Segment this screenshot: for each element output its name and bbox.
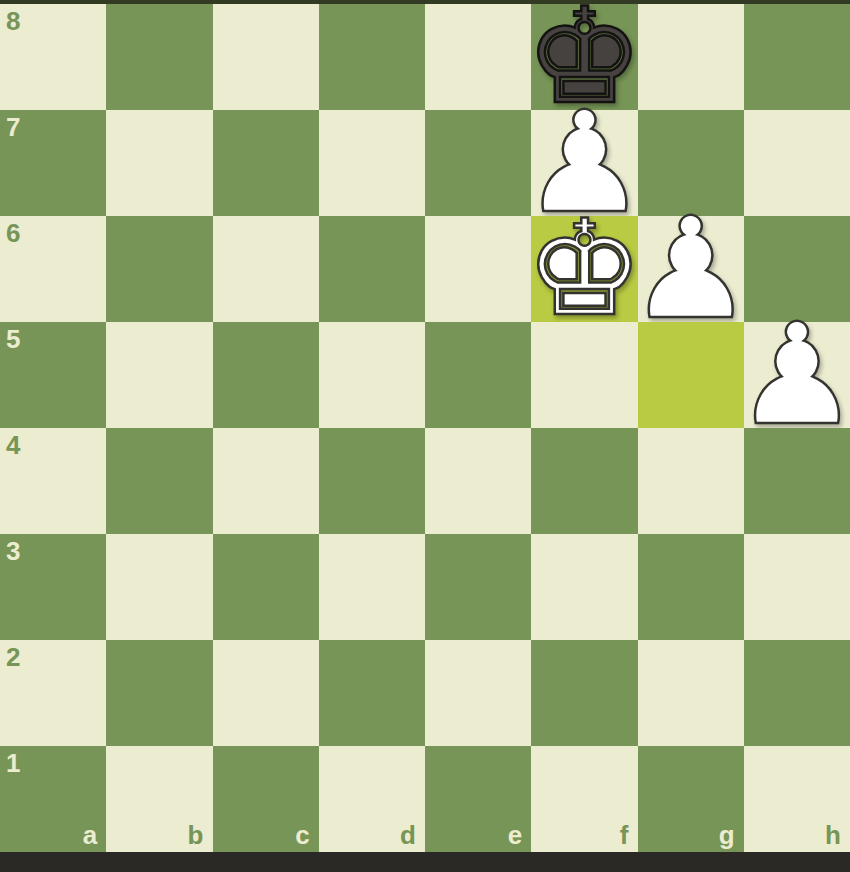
square-f1[interactable]: f [531, 746, 637, 852]
square-c5[interactable] [213, 322, 319, 428]
rank-label-6: 6 [6, 220, 20, 246]
square-b4[interactable] [106, 428, 212, 534]
square-f2[interactable] [531, 640, 637, 746]
rank-label-2: 2 [6, 644, 20, 670]
rank-label-4: 4 [6, 432, 20, 458]
square-b5[interactable] [106, 322, 212, 428]
square-h7[interactable] [744, 110, 850, 216]
rank-label-5: 5 [6, 326, 20, 352]
square-e2[interactable] [425, 640, 531, 746]
square-e7[interactable] [425, 110, 531, 216]
square-d6[interactable] [319, 216, 425, 322]
square-b6[interactable] [106, 216, 212, 322]
file-label-d: d [400, 822, 416, 848]
square-d3[interactable] [319, 534, 425, 640]
file-label-a: a [83, 822, 97, 848]
square-b3[interactable] [106, 534, 212, 640]
file-label-h: h [825, 822, 841, 848]
piece-white-pawn-h5[interactable]: ♟ [744, 322, 850, 428]
rank-label-3: 3 [6, 538, 20, 564]
square-e3[interactable] [425, 534, 531, 640]
square-b2[interactable] [106, 640, 212, 746]
square-a1[interactable]: 1a [0, 746, 106, 852]
square-a4[interactable]: 4 [0, 428, 106, 534]
square-f4[interactable] [531, 428, 637, 534]
piece-white-pawn-g6[interactable]: ♟ [638, 216, 744, 322]
square-d7[interactable] [319, 110, 425, 216]
rank-label-8: 8 [6, 8, 20, 34]
square-a5[interactable]: 5 [0, 322, 106, 428]
square-f3[interactable] [531, 534, 637, 640]
square-e6[interactable] [425, 216, 531, 322]
square-d2[interactable] [319, 640, 425, 746]
file-label-c: c [295, 822, 309, 848]
square-a2[interactable]: 2 [0, 640, 106, 746]
square-c8[interactable] [213, 4, 319, 110]
square-a8[interactable]: 8 [0, 4, 106, 110]
square-g4[interactable] [638, 428, 744, 534]
square-d1[interactable]: d [319, 746, 425, 852]
file-label-f: f [620, 822, 629, 848]
square-g3[interactable] [638, 534, 744, 640]
square-g1[interactable]: g [638, 746, 744, 852]
square-e8[interactable] [425, 4, 531, 110]
square-f5[interactable] [531, 322, 637, 428]
square-c1[interactable]: c [213, 746, 319, 852]
square-h8[interactable] [744, 4, 850, 110]
square-c7[interactable] [213, 110, 319, 216]
rank-label-7: 7 [6, 114, 20, 140]
square-a3[interactable]: 3 [0, 534, 106, 640]
square-a6[interactable]: 6 [0, 216, 106, 322]
chess-board: 8♚7♟6♚♟5♟4321abcdefgh [0, 4, 850, 852]
file-label-e: e [508, 822, 522, 848]
square-h1[interactable]: h [744, 746, 850, 852]
square-e5[interactable] [425, 322, 531, 428]
piece-white-king-f6[interactable]: ♚ [531, 216, 637, 322]
file-label-b: b [188, 822, 204, 848]
square-h3[interactable] [744, 534, 850, 640]
square-a7[interactable]: 7 [0, 110, 106, 216]
square-d5[interactable] [319, 322, 425, 428]
square-h5[interactable]: ♟ [744, 322, 850, 428]
square-c4[interactable] [213, 428, 319, 534]
rank-label-1: 1 [6, 750, 20, 776]
square-d8[interactable] [319, 4, 425, 110]
square-g8[interactable] [638, 4, 744, 110]
bottom-edge-strip [0, 852, 850, 872]
square-b8[interactable] [106, 4, 212, 110]
square-g6[interactable]: ♟ [638, 216, 744, 322]
square-h2[interactable] [744, 640, 850, 746]
square-c3[interactable] [213, 534, 319, 640]
square-e1[interactable]: e [425, 746, 531, 852]
square-h4[interactable] [744, 428, 850, 534]
square-b7[interactable] [106, 110, 212, 216]
square-f6[interactable]: ♚ [531, 216, 637, 322]
square-c6[interactable] [213, 216, 319, 322]
square-g2[interactable] [638, 640, 744, 746]
square-c2[interactable] [213, 640, 319, 746]
square-e4[interactable] [425, 428, 531, 534]
square-b1[interactable]: b [106, 746, 212, 852]
file-label-g: g [719, 822, 735, 848]
square-d4[interactable] [319, 428, 425, 534]
square-g5[interactable] [638, 322, 744, 428]
